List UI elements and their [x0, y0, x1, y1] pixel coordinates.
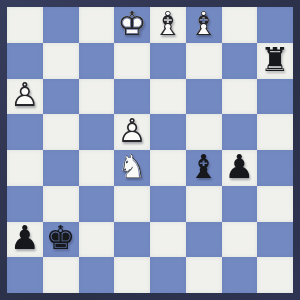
square-a3[interactable] [7, 186, 43, 222]
square-h5[interactable] [257, 114, 293, 150]
square-c2[interactable] [79, 222, 115, 258]
square-f5[interactable] [186, 114, 222, 150]
square-g7[interactable] [222, 43, 258, 79]
square-a5[interactable] [7, 114, 43, 150]
square-b3[interactable] [43, 186, 79, 222]
square-a6[interactable]: ♟♙ [7, 79, 43, 115]
square-e6[interactable] [150, 79, 186, 115]
square-c5[interactable] [79, 114, 115, 150]
square-h8[interactable] [257, 7, 293, 43]
square-d6[interactable] [114, 79, 150, 115]
square-h7[interactable]: ♜ [257, 43, 293, 79]
black-bishop[interactable]: ♝ [186, 150, 222, 186]
square-c7[interactable] [79, 43, 115, 79]
square-e4[interactable] [150, 150, 186, 186]
white-pawn[interactable]: ♟♙ [7, 79, 43, 115]
square-d3[interactable] [114, 186, 150, 222]
square-e3[interactable] [150, 186, 186, 222]
square-g5[interactable] [222, 114, 258, 150]
square-b1[interactable] [43, 257, 79, 293]
black-pawn[interactable]: ♟ [7, 222, 43, 258]
white-pawn[interactable]: ♟♙ [114, 114, 150, 150]
square-a4[interactable] [7, 150, 43, 186]
square-d7[interactable] [114, 43, 150, 79]
black-rook[interactable]: ♜ [257, 43, 293, 79]
square-d1[interactable] [114, 257, 150, 293]
square-d2[interactable] [114, 222, 150, 258]
square-g8[interactable] [222, 7, 258, 43]
square-c6[interactable] [79, 79, 115, 115]
square-c1[interactable] [79, 257, 115, 293]
square-f4[interactable]: ♝ [186, 150, 222, 186]
square-c4[interactable] [79, 150, 115, 186]
square-f8[interactable]: ♝♗ [186, 7, 222, 43]
square-d4[interactable]: ♞♘ [114, 150, 150, 186]
square-a8[interactable] [7, 7, 43, 43]
square-g6[interactable] [222, 79, 258, 115]
square-g1[interactable] [222, 257, 258, 293]
chess-board: ♚♔♝♗♝♗♜♟♙♟♙♞♘♝♟♟♚ [7, 7, 293, 293]
square-f3[interactable] [186, 186, 222, 222]
square-b8[interactable] [43, 7, 79, 43]
square-c8[interactable] [79, 7, 115, 43]
square-b5[interactable] [43, 114, 79, 150]
white-king[interactable]: ♚♔ [114, 7, 150, 43]
square-c3[interactable] [79, 186, 115, 222]
square-h3[interactable] [257, 186, 293, 222]
square-d5[interactable]: ♟♙ [114, 114, 150, 150]
white-knight[interactable]: ♞♘ [114, 150, 150, 186]
square-h4[interactable] [257, 150, 293, 186]
square-e8[interactable]: ♝♗ [150, 7, 186, 43]
white-bishop[interactable]: ♝♗ [186, 7, 222, 43]
square-f7[interactable] [186, 43, 222, 79]
square-g2[interactable] [222, 222, 258, 258]
square-b4[interactable] [43, 150, 79, 186]
square-e5[interactable] [150, 114, 186, 150]
square-e1[interactable] [150, 257, 186, 293]
square-f2[interactable] [186, 222, 222, 258]
square-d8[interactable]: ♚♔ [114, 7, 150, 43]
square-g3[interactable] [222, 186, 258, 222]
square-b7[interactable] [43, 43, 79, 79]
square-b2[interactable]: ♚ [43, 222, 79, 258]
square-a1[interactable] [7, 257, 43, 293]
square-e2[interactable] [150, 222, 186, 258]
square-f6[interactable] [186, 79, 222, 115]
square-f1[interactable] [186, 257, 222, 293]
black-king[interactable]: ♚ [43, 222, 79, 258]
chess-board-frame: ♚♔♝♗♝♗♜♟♙♟♙♞♘♝♟♟♚ [0, 0, 300, 300]
square-a2[interactable]: ♟ [7, 222, 43, 258]
square-h2[interactable] [257, 222, 293, 258]
square-e7[interactable] [150, 43, 186, 79]
square-h1[interactable] [257, 257, 293, 293]
square-b6[interactable] [43, 79, 79, 115]
white-bishop[interactable]: ♝♗ [150, 7, 186, 43]
square-a7[interactable] [7, 43, 43, 79]
square-h6[interactable] [257, 79, 293, 115]
square-g4[interactable]: ♟ [222, 150, 258, 186]
black-pawn[interactable]: ♟ [222, 150, 258, 186]
